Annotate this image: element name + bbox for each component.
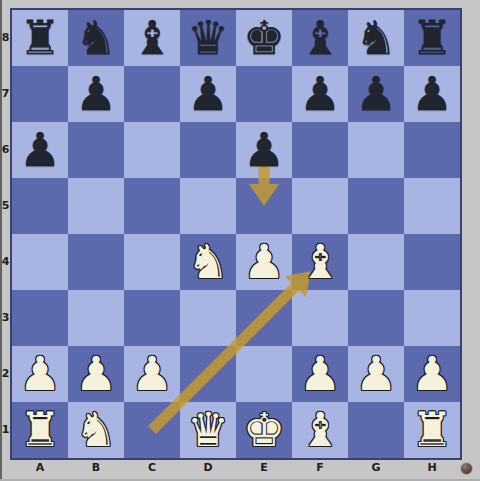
square-c7[interactable]: [124, 66, 180, 122]
square-d3[interactable]: [180, 290, 236, 346]
square-e5[interactable]: [236, 178, 292, 234]
square-e1[interactable]: ♚: [236, 402, 292, 458]
square-d6[interactable]: [180, 122, 236, 178]
square-b1[interactable]: ♞: [68, 402, 124, 458]
white-queen[interactable]: ♛: [180, 402, 236, 458]
black-pawn[interactable]: ♟: [12, 122, 68, 178]
square-c1[interactable]: [124, 402, 180, 458]
square-a8[interactable]: ♜: [12, 10, 68, 66]
square-b7[interactable]: ♟: [68, 66, 124, 122]
black-knight[interactable]: ♞: [348, 10, 404, 66]
square-a6[interactable]: ♟: [12, 122, 68, 178]
board-frame: ♜♞♝♛♚♝♞♜♟♟♟♟♟♟♟♞♟♝♟♟♟♟♟♟♜♞♛♚♝♜: [10, 8, 462, 460]
black-rook[interactable]: ♜: [404, 10, 460, 66]
square-h5[interactable]: [404, 178, 460, 234]
square-a1[interactable]: ♜: [12, 402, 68, 458]
square-d4[interactable]: ♞: [180, 234, 236, 290]
square-c6[interactable]: [124, 122, 180, 178]
square-b2[interactable]: ♟: [68, 346, 124, 402]
square-c3[interactable]: [124, 290, 180, 346]
square-e2[interactable]: [236, 346, 292, 402]
square-e6[interactable]: ♟: [236, 122, 292, 178]
black-pawn[interactable]: ♟: [236, 122, 292, 178]
square-h7[interactable]: ♟: [404, 66, 460, 122]
square-f2[interactable]: ♟: [292, 346, 348, 402]
square-h2[interactable]: ♟: [404, 346, 460, 402]
black-pawn[interactable]: ♟: [404, 66, 460, 122]
square-g5[interactable]: [348, 178, 404, 234]
file-label-g: G: [348, 458, 404, 478]
square-f7[interactable]: ♟: [292, 66, 348, 122]
square-h6[interactable]: [404, 122, 460, 178]
square-f1[interactable]: ♝: [292, 402, 348, 458]
square-d8[interactable]: ♛: [180, 10, 236, 66]
square-e7[interactable]: [236, 66, 292, 122]
file-labels: ABCDEFGH: [12, 458, 460, 478]
file-label-b: B: [68, 458, 124, 478]
square-b5[interactable]: [68, 178, 124, 234]
square-c5[interactable]: [124, 178, 180, 234]
corner-dot: [461, 463, 472, 474]
black-king[interactable]: ♚: [236, 10, 292, 66]
white-pawn[interactable]: ♟: [292, 346, 348, 402]
square-e8[interactable]: ♚: [236, 10, 292, 66]
square-f8[interactable]: ♝: [292, 10, 348, 66]
square-a4[interactable]: [12, 234, 68, 290]
white-bishop[interactable]: ♝: [292, 234, 348, 290]
black-queen[interactable]: ♛: [180, 10, 236, 66]
square-d5[interactable]: [180, 178, 236, 234]
square-h1[interactable]: ♜: [404, 402, 460, 458]
white-bishop[interactable]: ♝: [292, 402, 348, 458]
black-bishop[interactable]: ♝: [292, 10, 348, 66]
black-bishop[interactable]: ♝: [124, 10, 180, 66]
black-pawn[interactable]: ♟: [180, 66, 236, 122]
square-f5[interactable]: [292, 178, 348, 234]
square-b6[interactable]: [68, 122, 124, 178]
white-knight[interactable]: ♞: [180, 234, 236, 290]
chess-board[interactable]: ♜♞♝♛♚♝♞♜♟♟♟♟♟♟♟♞♟♝♟♟♟♟♟♟♜♞♛♚♝♜: [12, 10, 460, 458]
square-g6[interactable]: [348, 122, 404, 178]
chess-app-window: 87654321 ♜♞♝♛♚♝♞♜♟♟♟♟♟♟♟♞♟♝♟♟♟♟♟♟♜♞♛♚♝♜ …: [0, 0, 480, 481]
white-knight[interactable]: ♞: [68, 402, 124, 458]
white-pawn[interactable]: ♟: [348, 346, 404, 402]
square-a5[interactable]: [12, 178, 68, 234]
file-label-c: C: [124, 458, 180, 478]
black-rook[interactable]: ♜: [12, 10, 68, 66]
square-g2[interactable]: ♟: [348, 346, 404, 402]
file-label-a: A: [12, 458, 68, 478]
square-a3[interactable]: [12, 290, 68, 346]
square-e3[interactable]: [236, 290, 292, 346]
square-f6[interactable]: [292, 122, 348, 178]
white-pawn[interactable]: ♟: [404, 346, 460, 402]
square-g8[interactable]: ♞: [348, 10, 404, 66]
file-label-h: H: [404, 458, 460, 478]
square-d7[interactable]: ♟: [180, 66, 236, 122]
square-c8[interactable]: ♝: [124, 10, 180, 66]
square-g7[interactable]: ♟: [348, 66, 404, 122]
square-a2[interactable]: ♟: [12, 346, 68, 402]
square-d1[interactable]: ♛: [180, 402, 236, 458]
white-pawn[interactable]: ♟: [12, 346, 68, 402]
square-b4[interactable]: [68, 234, 124, 290]
square-c4[interactable]: [124, 234, 180, 290]
black-pawn[interactable]: ♟: [292, 66, 348, 122]
white-pawn[interactable]: ♟: [124, 346, 180, 402]
square-b8[interactable]: ♞: [68, 10, 124, 66]
square-c2[interactable]: ♟: [124, 346, 180, 402]
black-pawn[interactable]: ♟: [68, 66, 124, 122]
square-h8[interactable]: ♜: [404, 10, 460, 66]
square-h4[interactable]: [404, 234, 460, 290]
black-knight[interactable]: ♞: [68, 10, 124, 66]
file-label-e: E: [236, 458, 292, 478]
file-label-f: F: [292, 458, 348, 478]
square-f3[interactable]: [292, 290, 348, 346]
white-king[interactable]: ♚: [236, 402, 292, 458]
white-rook[interactable]: ♜: [404, 402, 460, 458]
square-h3[interactable]: [404, 290, 460, 346]
white-pawn[interactable]: ♟: [68, 346, 124, 402]
square-g1[interactable]: [348, 402, 404, 458]
file-label-d: D: [180, 458, 236, 478]
square-a7[interactable]: [12, 66, 68, 122]
square-f4[interactable]: ♝: [292, 234, 348, 290]
white-pawn[interactable]: ♟: [236, 234, 292, 290]
square-g3[interactable]: [348, 290, 404, 346]
square-g4[interactable]: [348, 234, 404, 290]
square-e4[interactable]: ♟: [236, 234, 292, 290]
square-b3[interactable]: [68, 290, 124, 346]
square-d2[interactable]: [180, 346, 236, 402]
black-pawn[interactable]: ♟: [348, 66, 404, 122]
white-rook[interactable]: ♜: [12, 402, 68, 458]
